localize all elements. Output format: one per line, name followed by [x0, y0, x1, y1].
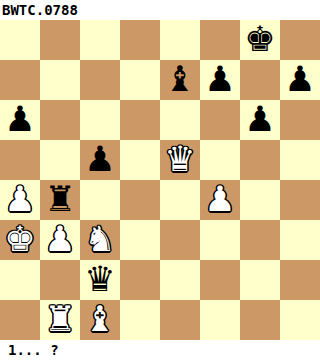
square-d5[interactable]: [120, 140, 160, 180]
square-g4[interactable]: [240, 180, 280, 220]
square-c1[interactable]: ♝: [80, 300, 120, 340]
piece-black-pawn-c5[interactable]: ♟: [84, 140, 115, 179]
chess-board: ♚♝♟♟♟♟♟♛♟♜♟♚♟♞♛♜♝: [0, 20, 320, 340]
status-bar: 1... ?: [0, 340, 320, 360]
square-b4[interactable]: ♜: [40, 180, 80, 220]
square-g7[interactable]: [240, 60, 280, 100]
square-e4[interactable]: [160, 180, 200, 220]
square-c6[interactable]: [80, 100, 120, 140]
piece-white-rook-b1[interactable]: ♜: [44, 300, 75, 339]
piece-white-pawn-b3[interactable]: ♟: [44, 220, 75, 259]
square-d3[interactable]: [120, 220, 160, 260]
square-e1[interactable]: [160, 300, 200, 340]
square-b8[interactable]: [40, 20, 80, 60]
square-b3[interactable]: ♟: [40, 220, 80, 260]
square-f5[interactable]: [200, 140, 240, 180]
square-c3[interactable]: ♞: [80, 220, 120, 260]
title-bar: BWTC.0788: [0, 0, 320, 20]
square-d1[interactable]: [120, 300, 160, 340]
square-f4[interactable]: ♟: [200, 180, 240, 220]
square-h5[interactable]: [280, 140, 320, 180]
square-g6[interactable]: ♟: [240, 100, 280, 140]
square-a8[interactable]: [0, 20, 40, 60]
puzzle-id-label: BWTC.0788: [2, 0, 78, 20]
square-b1[interactable]: ♜: [40, 300, 80, 340]
piece-black-pawn-f7[interactable]: ♟: [204, 60, 235, 99]
square-b6[interactable]: [40, 100, 80, 140]
square-a7[interactable]: [0, 60, 40, 100]
piece-white-king-a3[interactable]: ♚: [4, 220, 35, 259]
square-a1[interactable]: [0, 300, 40, 340]
piece-white-pawn-f4[interactable]: ♟: [204, 180, 235, 219]
square-g3[interactable]: [240, 220, 280, 260]
square-h7[interactable]: ♟: [280, 60, 320, 100]
chess-app-window: BWTC.0788 ♚♝♟♟♟♟♟♛♟♜♟♚♟♞♛♜♝ 1... ?: [0, 0, 320, 360]
square-e5[interactable]: ♛: [160, 140, 200, 180]
square-h2[interactable]: [280, 260, 320, 300]
square-g8[interactable]: ♚: [240, 20, 280, 60]
piece-black-king-g8[interactable]: ♚: [244, 20, 275, 59]
square-c5[interactable]: ♟: [80, 140, 120, 180]
square-h6[interactable]: [280, 100, 320, 140]
square-f7[interactable]: ♟: [200, 60, 240, 100]
square-f6[interactable]: [200, 100, 240, 140]
piece-white-pawn-a4[interactable]: ♟: [4, 180, 35, 219]
piece-white-knight-c3[interactable]: ♞: [84, 220, 115, 259]
piece-black-queen-c2[interactable]: ♛: [84, 260, 115, 299]
square-a2[interactable]: [0, 260, 40, 300]
square-h4[interactable]: [280, 180, 320, 220]
square-a6[interactable]: ♟: [0, 100, 40, 140]
piece-white-bishop-c1[interactable]: ♝: [84, 300, 115, 339]
square-a4[interactable]: ♟: [0, 180, 40, 220]
move-prompt-label: 1... ?: [8, 340, 59, 360]
square-d8[interactable]: [120, 20, 160, 60]
square-e8[interactable]: [160, 20, 200, 60]
square-h3[interactable]: [280, 220, 320, 260]
piece-black-pawn-h7[interactable]: ♟: [284, 60, 315, 99]
piece-black-pawn-a6[interactable]: ♟: [4, 100, 35, 139]
square-d2[interactable]: [120, 260, 160, 300]
square-a5[interactable]: [0, 140, 40, 180]
square-d6[interactable]: [120, 100, 160, 140]
square-c4[interactable]: [80, 180, 120, 220]
square-c2[interactable]: ♛: [80, 260, 120, 300]
piece-black-rook-b4[interactable]: ♜: [44, 180, 75, 219]
square-g5[interactable]: [240, 140, 280, 180]
square-c8[interactable]: [80, 20, 120, 60]
square-d4[interactable]: [120, 180, 160, 220]
square-e6[interactable]: [160, 100, 200, 140]
square-g1[interactable]: [240, 300, 280, 340]
square-f2[interactable]: [200, 260, 240, 300]
square-c7[interactable]: [80, 60, 120, 100]
square-h8[interactable]: [280, 20, 320, 60]
piece-black-pawn-g6[interactable]: ♟: [244, 100, 275, 139]
square-f8[interactable]: [200, 20, 240, 60]
square-f1[interactable]: [200, 300, 240, 340]
piece-black-bishop-e7[interactable]: ♝: [164, 60, 195, 99]
square-b2[interactable]: [40, 260, 80, 300]
square-e7[interactable]: ♝: [160, 60, 200, 100]
square-b7[interactable]: [40, 60, 80, 100]
square-a3[interactable]: ♚: [0, 220, 40, 260]
square-e2[interactable]: [160, 260, 200, 300]
piece-white-queen-e5[interactable]: ♛: [164, 140, 195, 179]
square-b5[interactable]: [40, 140, 80, 180]
square-g2[interactable]: [240, 260, 280, 300]
square-d7[interactable]: [120, 60, 160, 100]
square-h1[interactable]: [280, 300, 320, 340]
square-e3[interactable]: [160, 220, 200, 260]
square-f3[interactable]: [200, 220, 240, 260]
